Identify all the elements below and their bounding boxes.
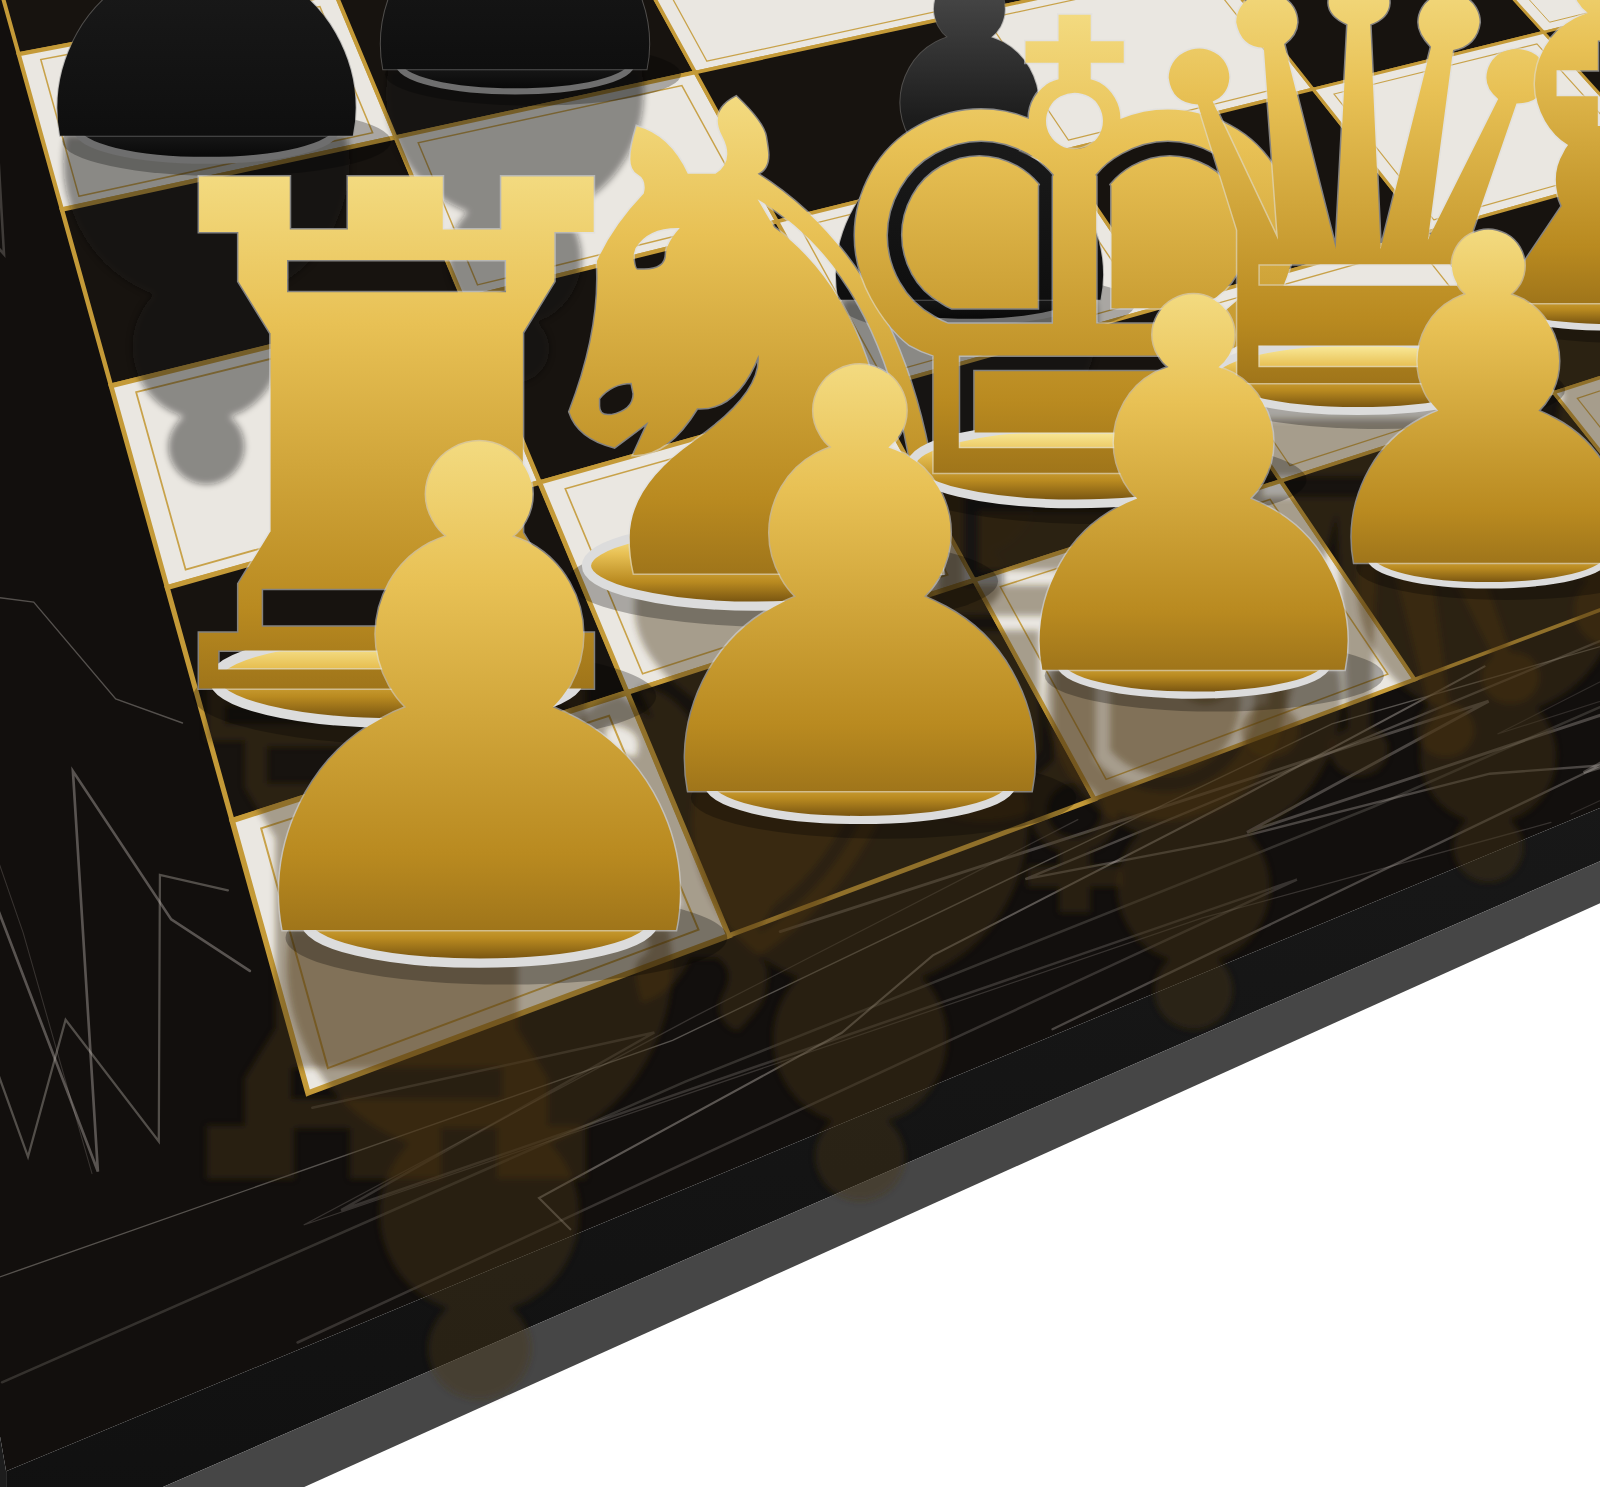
piece-glyph-pawn-icon: ♟: [1284, 140, 1600, 671]
product-photo-stage: ♟♟♟♜♞♚♛♝♟♟♟♟♟♟♟♜♞♚♛♝♟♟♟♟: [0, 0, 1600, 1487]
piece-gold-pawn-e1: ♟: [1284, 140, 1600, 671]
chessboard-photo: ♟♟♟♜♞♚♛♝♟♟♟♟♟♟♟♜♞♚♛♝♟♟♟♟: [0, 0, 1600, 1487]
